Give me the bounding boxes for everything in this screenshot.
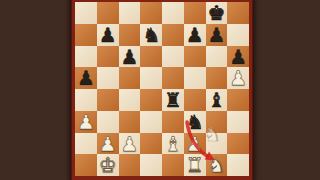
square-a3[interactable]: ♟ [75, 111, 97, 133]
square-g6[interactable] [206, 46, 228, 68]
square-d4[interactable] [140, 89, 162, 111]
black-knight-f3[interactable]: ♞ [184, 111, 206, 133]
square-a8[interactable] [75, 2, 97, 24]
square-b1[interactable]: ♚ [97, 154, 119, 176]
square-h4[interactable] [227, 89, 249, 111]
square-f3[interactable]: ♞ [184, 111, 206, 133]
square-e7[interactable] [162, 24, 184, 46]
black-pawn-g7[interactable]: ♟ [206, 24, 228, 46]
square-d7[interactable]: ♞ [140, 24, 162, 46]
square-f8[interactable] [184, 2, 206, 24]
square-h5[interactable]: ♟ [227, 67, 249, 89]
square-a4[interactable] [75, 89, 97, 111]
square-a2[interactable] [75, 133, 97, 155]
white-knight-g1[interactable]: ♞ [206, 154, 228, 176]
black-rook-e4[interactable]: ♜ [162, 89, 184, 111]
white-bishop-e2[interactable]: ♝ [162, 133, 184, 155]
square-f6[interactable] [184, 46, 206, 68]
square-e2[interactable]: ♝ [162, 133, 184, 155]
square-h1[interactable] [227, 154, 249, 176]
white-pawn-c2[interactable]: ♟ [119, 133, 141, 155]
square-c3[interactable] [119, 111, 141, 133]
square-f2[interactable]: ♟ [184, 133, 206, 155]
square-a7[interactable] [75, 24, 97, 46]
square-g7[interactable]: ♟ [206, 24, 228, 46]
square-e4[interactable]: ♜ [162, 89, 184, 111]
white-pawn-a3[interactable]: ♟ [75, 111, 97, 133]
white-pawn-h5[interactable]: ♟ [227, 67, 249, 89]
square-c7[interactable] [119, 24, 141, 46]
black-pawn-f7[interactable]: ♟ [184, 24, 206, 46]
square-b6[interactable] [97, 46, 119, 68]
white-pawn-f2[interactable]: ♟ [184, 133, 206, 155]
square-f7[interactable]: ♟ [184, 24, 206, 46]
square-b8[interactable] [97, 2, 119, 24]
black-bishop-g4[interactable]: ♝ [206, 89, 228, 111]
square-c2[interactable]: ♟ [119, 133, 141, 155]
square-a1[interactable] [75, 154, 97, 176]
black-pawn-c6[interactable]: ♟ [119, 46, 141, 68]
square-g3[interactable] [206, 111, 228, 133]
square-e5[interactable] [162, 67, 184, 89]
square-b4[interactable] [97, 89, 119, 111]
square-b3[interactable] [97, 111, 119, 133]
square-f1[interactable]: ♜ [184, 154, 206, 176]
square-d1[interactable] [140, 154, 162, 176]
square-h2[interactable] [227, 133, 249, 155]
black-pawn-b7[interactable]: ♟ [97, 24, 119, 46]
square-f5[interactable] [184, 67, 206, 89]
black-pawn-a5[interactable]: ♟ [75, 67, 97, 89]
square-d5[interactable] [140, 67, 162, 89]
square-d6[interactable] [140, 46, 162, 68]
square-b2[interactable]: ♟ [97, 133, 119, 155]
black-knight-d7[interactable]: ♞ [140, 24, 162, 46]
square-b7[interactable]: ♟ [97, 24, 119, 46]
square-g1[interactable]: ♞ [206, 154, 228, 176]
square-e6[interactable] [162, 46, 184, 68]
square-a6[interactable] [75, 46, 97, 68]
square-d8[interactable] [140, 2, 162, 24]
square-g8[interactable]: ♚ [206, 2, 228, 24]
square-c8[interactable] [119, 2, 141, 24]
square-g2[interactable] [206, 133, 228, 155]
square-d3[interactable] [140, 111, 162, 133]
square-g4[interactable]: ♝ [206, 89, 228, 111]
chess-board[interactable]: ♚♟♞♟♟♟♟♟♟♜♝♟♞♟♟♝♟♚♜♞ [75, 2, 249, 176]
square-d2[interactable] [140, 133, 162, 155]
square-c4[interactable] [119, 89, 141, 111]
square-h7[interactable] [227, 24, 249, 46]
square-e8[interactable] [162, 2, 184, 24]
square-e3[interactable] [162, 111, 184, 133]
white-pawn-b2[interactable]: ♟ [97, 133, 119, 155]
square-h3[interactable] [227, 111, 249, 133]
square-h6[interactable]: ♟ [227, 46, 249, 68]
square-b5[interactable] [97, 67, 119, 89]
square-f4[interactable] [184, 89, 206, 111]
square-h8[interactable] [227, 2, 249, 24]
square-e1[interactable] [162, 154, 184, 176]
video-frame: ♚♟♞♟♟♟♟♟♟♜♝♟♞♟♟♝♟♚♜♞ ♞ [0, 0, 320, 180]
white-king-b1[interactable]: ♚ [97, 154, 119, 176]
square-a5[interactable]: ♟ [75, 67, 97, 89]
black-pawn-h6[interactable]: ♟ [227, 46, 249, 68]
white-rook-f1[interactable]: ♜ [184, 154, 206, 176]
square-c6[interactable]: ♟ [119, 46, 141, 68]
black-king-g8[interactable]: ♚ [206, 2, 228, 24]
square-g5[interactable] [206, 67, 228, 89]
square-c5[interactable] [119, 67, 141, 89]
square-c1[interactable] [119, 154, 141, 176]
